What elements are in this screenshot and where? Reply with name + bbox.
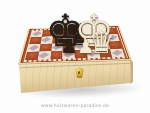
board-cell [110,48,125,57]
square-ornament-icon [74,30,83,35]
square-ornament-icon [112,50,123,56]
product-photo: ♚♛♟♚♛♟ www.holzwaren-paradies.de [0,0,150,113]
square-ornament-icon [53,31,63,36]
square-ornament-icon [108,35,118,40]
box-lid [18,25,132,64]
square-ornament-icon [32,31,42,36]
board-frame [20,26,129,63]
square-ornament-icon [98,42,108,48]
board-cell [50,51,63,60]
square-ornament-icon [52,44,62,50]
watermark-url: www.holzwaren-paradies.de [0,103,150,108]
brass-clasp-icon [74,67,85,78]
square-ornament-icon [88,50,99,56]
square-ornament-icon [29,45,40,51]
square-ornament-icon [63,51,74,57]
square-ornament-icon [86,36,96,41]
board-cell [75,50,88,59]
square-ornament-icon [64,37,74,42]
board-grid [25,28,125,60]
board-cell [62,50,74,59]
board-cell [37,51,50,60]
square-ornament-icon [39,52,50,58]
square-ornament-icon [96,29,105,34]
square-ornament-icon [42,37,52,42]
square-ornament-icon [75,43,85,49]
